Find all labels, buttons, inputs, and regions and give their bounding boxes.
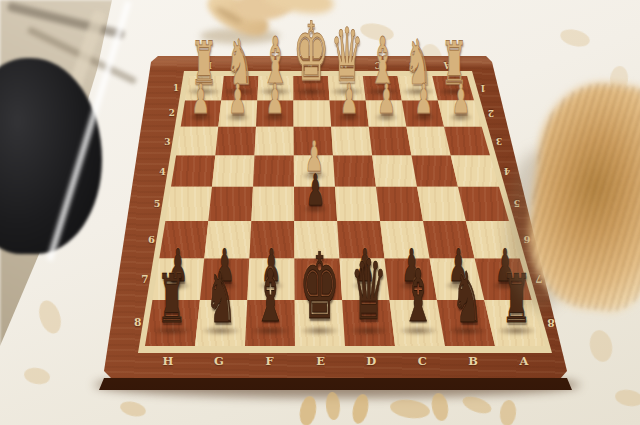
file-label-bottom-f: F	[266, 354, 274, 368]
damask-motif	[23, 366, 51, 386]
file-label-bottom-h: H	[163, 354, 174, 368]
damask-motif	[325, 392, 341, 421]
piece-white-king-e1: ♚	[293, 12, 329, 93]
damask-motif	[389, 397, 431, 420]
rank-label-right-8: 8	[547, 316, 555, 329]
file-label-bottom-e: E	[316, 354, 325, 368]
rank-label-left-6: 6	[148, 234, 155, 245]
rank-label-left-8: 8	[134, 316, 142, 329]
damask-motif	[559, 27, 592, 50]
rank-label-right-2: 2	[488, 108, 494, 118]
file-label-bottom-d: D	[366, 354, 376, 368]
piece-black-rook-h8: ♜	[157, 266, 187, 333]
damask-motif	[35, 298, 65, 337]
damask-motif	[461, 393, 494, 416]
piece-white-pawn-c2: ♟	[377, 78, 395, 119]
file-label-bottom-b: B	[468, 354, 478, 368]
rank-label-right-3: 3	[496, 135, 502, 146]
file-label-bottom-g: G	[214, 354, 224, 368]
rank-label-left-2: 2	[169, 108, 175, 118]
piece-black-knight-g8: ♞	[205, 263, 236, 333]
piece-black-queen-d8: ♛	[350, 249, 387, 332]
piece-white-pawn-d2: ♟	[340, 78, 358, 119]
piece-white-pawn-a2: ♟	[452, 78, 470, 119]
damask-motif	[587, 328, 615, 364]
piece-black-king-e8: ♚	[299, 241, 340, 332]
piece-white-pawn-g2: ♟	[229, 78, 247, 119]
photo-scene: HGFEDCBAHGFEDCBA1234567812345678♜♞♝♚♛♝♞♜…	[0, 0, 640, 425]
file-label-bottom-a: A	[519, 354, 528, 368]
damask-motif	[298, 395, 319, 425]
file-label-bottom-c: C	[418, 354, 427, 368]
piece-black-knight-b8: ♞	[452, 263, 483, 333]
damask-motif	[119, 399, 148, 419]
damask-motif	[430, 392, 451, 422]
piece-black-bishop-c8: ♝	[402, 260, 434, 332]
rank-label-left-4: 4	[159, 165, 166, 176]
damask-motif	[499, 399, 518, 425]
piece-black-pawn-e5: ♟	[306, 168, 325, 211]
damask-motif	[614, 388, 640, 409]
rank-label-right-1: 1	[480, 83, 486, 93]
rank-label-left-5: 5	[154, 198, 161, 209]
piece-white-pawn-f2: ♟	[266, 78, 284, 119]
piece-white-pawn-h2: ♟	[191, 78, 209, 119]
rank-label-left-7: 7	[141, 273, 148, 285]
rank-label-right-4: 4	[504, 165, 511, 176]
rank-label-left-3: 3	[164, 135, 170, 146]
piece-black-bishop-f8: ♝	[254, 260, 286, 332]
piece-white-pawn-b2: ♟	[415, 78, 433, 119]
rank-label-left-1: 1	[173, 83, 179, 93]
damask-motif	[350, 393, 371, 425]
